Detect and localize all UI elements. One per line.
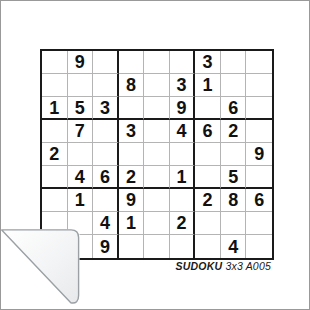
cell-r2c3[interactable] <box>93 74 119 97</box>
cell-r3c8[interactable]: 6 <box>221 97 247 120</box>
cell-r7c7[interactable]: 2 <box>195 189 221 212</box>
cell-r1c5[interactable] <box>144 51 170 74</box>
caption-brand: SUDOKU <box>176 260 223 272</box>
cell-r8c3[interactable]: 4 <box>93 212 119 235</box>
cell-r5c1[interactable]: 2 <box>42 143 68 166</box>
cell-r5c2[interactable] <box>68 143 94 166</box>
cell-r3c3[interactable]: 3 <box>93 97 119 120</box>
cell-r5c5[interactable] <box>144 143 170 166</box>
cell-r7c3[interactable] <box>93 189 119 212</box>
given-digit: 1 <box>203 76 213 94</box>
given-digit: 7 <box>75 122 85 140</box>
cell-r9c4[interactable] <box>119 235 145 258</box>
cell-r9c5[interactable] <box>144 235 170 258</box>
cell-r6c8[interactable]: 5 <box>221 166 247 189</box>
given-digit: 2 <box>177 214 187 232</box>
given-digit: 3 <box>177 76 187 94</box>
cell-r5c9[interactable]: 9 <box>246 143 272 166</box>
given-digit: 6 <box>228 99 238 117</box>
cell-r8c5[interactable] <box>144 212 170 235</box>
cell-r4c3[interactable] <box>93 120 119 143</box>
cell-r6c3[interactable]: 6 <box>93 166 119 189</box>
cell-r2c8[interactable] <box>221 74 247 97</box>
cell-r1c8[interactable] <box>221 51 247 74</box>
cell-r7c8[interactable]: 8 <box>221 189 247 212</box>
cell-r5c3[interactable] <box>93 143 119 166</box>
given-digit: 6 <box>100 168 110 186</box>
cell-r6c1[interactable] <box>42 166 68 189</box>
given-digit: 9 <box>75 53 85 71</box>
cell-r9c9[interactable] <box>246 235 272 258</box>
given-digit: 2 <box>49 145 59 163</box>
cell-r3c5[interactable] <box>144 97 170 120</box>
cell-r9c8[interactable]: 4 <box>221 235 247 258</box>
cell-r6c2[interactable]: 4 <box>68 166 94 189</box>
cell-r8c6[interactable]: 2 <box>170 212 196 235</box>
cell-r8c4[interactable]: 1 <box>119 212 145 235</box>
caption-variant: 3x3 A005 <box>225 260 271 272</box>
cell-r2c7[interactable]: 1 <box>195 74 221 97</box>
cell-r1c9[interactable] <box>246 51 272 74</box>
cell-r5c6[interactable] <box>170 143 196 166</box>
cell-r5c4[interactable] <box>119 143 145 166</box>
cell-r3c2[interactable]: 5 <box>68 97 94 120</box>
given-digit: 1 <box>177 168 187 186</box>
cell-r4c1[interactable] <box>42 120 68 143</box>
cell-r1c4[interactable] <box>119 51 145 74</box>
given-digit: 9 <box>177 99 187 117</box>
cell-r5c7[interactable] <box>195 143 221 166</box>
cell-r9c7[interactable] <box>195 235 221 258</box>
cell-r7c1[interactable] <box>42 189 68 212</box>
given-digit: 4 <box>75 168 85 186</box>
cell-r6c5[interactable] <box>144 166 170 189</box>
cell-r7c9[interactable]: 6 <box>246 189 272 212</box>
cell-r1c7[interactable]: 3 <box>195 51 221 74</box>
cell-r4c7[interactable]: 6 <box>195 120 221 143</box>
cell-r4c8[interactable]: 2 <box>221 120 247 143</box>
sudoku-page: 93831153967346229462151928641294 SUDOKU … <box>0 0 310 310</box>
given-digit: 2 <box>126 168 136 186</box>
cell-r6c6[interactable]: 1 <box>170 166 196 189</box>
cell-r7c4[interactable]: 9 <box>119 189 145 212</box>
cell-r1c1[interactable] <box>42 51 68 74</box>
cell-r2c9[interactable] <box>246 74 272 97</box>
cell-r3c1[interactable]: 1 <box>42 97 68 120</box>
cell-r3c7[interactable] <box>195 97 221 120</box>
given-digit: 2 <box>228 122 238 140</box>
cell-r5c8[interactable] <box>221 143 247 166</box>
given-digit: 4 <box>177 122 187 140</box>
cell-r9c6[interactable] <box>170 235 196 258</box>
given-digit: 6 <box>203 122 213 140</box>
given-digit: 9 <box>100 238 110 256</box>
given-digit: 6 <box>254 191 264 209</box>
given-digit: 8 <box>126 76 136 94</box>
caption: SUDOKU 3x3 A005 <box>176 260 271 272</box>
given-digit: 1 <box>126 214 136 232</box>
given-digit: 5 <box>75 99 85 117</box>
cell-r4c6[interactable]: 4 <box>170 120 196 143</box>
given-digit: 8 <box>228 191 238 209</box>
cell-r3c6[interactable]: 9 <box>170 97 196 120</box>
cell-r2c5[interactable] <box>144 74 170 97</box>
cell-r6c9[interactable] <box>246 166 272 189</box>
given-digit: 3 <box>100 99 110 117</box>
page-curl <box>1 227 83 310</box>
given-digit: 2 <box>203 191 213 209</box>
given-digit: 4 <box>100 214 110 232</box>
cell-r2c6[interactable]: 3 <box>170 74 196 97</box>
cell-r8c8[interactable] <box>221 212 247 235</box>
cell-r4c9[interactable] <box>246 120 272 143</box>
cell-r6c7[interactable] <box>195 166 221 189</box>
cell-r2c1[interactable] <box>42 74 68 97</box>
cell-r9c3[interactable]: 9 <box>93 235 119 258</box>
cell-r2c2[interactable] <box>68 74 94 97</box>
given-digit: 3 <box>126 122 136 140</box>
given-digit: 4 <box>228 238 238 256</box>
cell-r1c6[interactable] <box>170 51 196 74</box>
cell-r3c4[interactable] <box>119 97 145 120</box>
given-digit: 5 <box>228 168 238 186</box>
given-digit: 9 <box>254 145 264 163</box>
cell-r7c6[interactable] <box>170 189 196 212</box>
cell-r4c5[interactable] <box>144 120 170 143</box>
cell-r6c4[interactable]: 2 <box>119 166 145 189</box>
cell-r1c3[interactable] <box>93 51 119 74</box>
cell-r8c9[interactable] <box>246 212 272 235</box>
cell-r3c9[interactable] <box>246 97 272 120</box>
given-digit: 1 <box>49 99 59 117</box>
cell-r4c2[interactable]: 7 <box>68 120 94 143</box>
given-digit: 9 <box>126 191 136 209</box>
cell-r8c7[interactable] <box>195 212 221 235</box>
cell-r1c2[interactable]: 9 <box>68 51 94 74</box>
cell-r7c5[interactable] <box>144 189 170 212</box>
given-digit: 3 <box>203 53 213 71</box>
cell-r7c2[interactable]: 1 <box>68 189 94 212</box>
cell-r2c4[interactable]: 8 <box>119 74 145 97</box>
cell-r4c4[interactable]: 3 <box>119 120 145 143</box>
given-digit: 1 <box>75 191 85 209</box>
